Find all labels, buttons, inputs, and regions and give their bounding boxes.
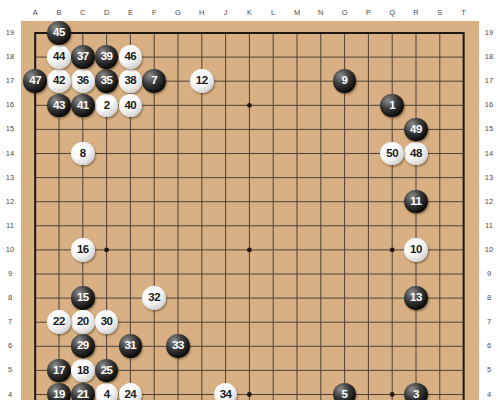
stone-21: 21 [71,383,95,400]
coord-number-right: 17 [481,76,497,86]
coord-number-right: 6 [481,341,497,351]
stone-39: 39 [95,45,119,69]
stone-number: 19 [53,389,65,400]
stone-number: 38 [124,75,136,87]
coord-number-left: 15 [2,124,18,134]
stone-48: 48 [404,142,428,166]
stone-9: 9 [333,69,357,93]
stone-32: 32 [142,286,166,310]
coord-number-left: 7 [2,317,18,327]
stone-number: 25 [101,365,113,377]
stone-18: 18 [71,359,95,383]
stone-1: 1 [380,94,404,118]
stone-46: 46 [119,45,143,69]
stone-34: 34 [214,383,238,400]
stone-number: 10 [410,244,422,256]
stone-42: 42 [47,69,71,93]
stone-31: 31 [119,334,143,358]
coord-letter-top: Q [385,8,399,18]
coord-letter-top: R [409,8,423,18]
coord-letter-top: J [219,8,233,18]
stone-36: 36 [71,69,95,93]
stone-20: 20 [71,310,95,334]
coord-letter-top: F [147,8,161,18]
coord-number-right: 18 [481,52,497,62]
coord-letter-top: O [338,8,352,18]
coord-letter-top: B [52,8,66,18]
coord-number-left: 17 [2,76,18,86]
coord-number-right: 9 [481,269,497,279]
stone-5: 5 [333,383,357,400]
stone-15: 15 [71,286,95,310]
stone-2: 2 [95,94,119,118]
stone-22: 22 [47,310,71,334]
stone-number: 32 [148,292,160,304]
stone-25: 25 [95,359,119,383]
coord-letter-top: L [266,8,280,18]
stone-number: 24 [124,389,136,400]
stone-number: 41 [77,100,89,112]
stone-13: 13 [404,286,428,310]
stone-number: 12 [196,75,208,87]
stone-19: 19 [47,383,71,400]
coord-number-right: 4 [481,390,497,400]
coord-number-right: 16 [481,100,497,110]
board-surface[interactable]: 1234578910111213151617181920212224252930… [23,21,475,400]
stone-38: 38 [119,69,143,93]
coord-number-left: 12 [2,197,18,207]
stone-number: 11 [410,196,421,208]
coord-number-right: 10 [481,245,497,255]
coord-number-left: 16 [2,100,18,110]
coord-letter-top: N [314,8,328,18]
stone-50: 50 [380,142,404,166]
stone-number: 30 [101,316,113,328]
stone-8: 8 [71,142,95,166]
coord-letter-top: S [433,8,447,18]
stone-number: 9 [342,75,348,87]
coord-number-left: 18 [2,52,18,62]
coord-letter-top: E [123,8,137,18]
stone-47: 47 [23,69,47,93]
stone-4: 4 [95,383,119,400]
stone-number: 7 [151,75,157,87]
stone-number: 5 [342,389,348,400]
coord-number-right: 8 [481,293,497,303]
stone-11: 11 [404,190,428,214]
stone-7: 7 [142,69,166,93]
coord-letter-top: P [361,8,375,18]
stone-number: 4 [104,389,110,400]
stone-41: 41 [71,94,95,118]
coord-letter-top: M [290,8,304,18]
coord-letter-top: G [171,8,185,18]
coord-number-right: 12 [481,197,497,207]
coord-number-right: 19 [481,28,497,38]
stone-number: 45 [53,27,65,39]
stone-24: 24 [119,383,143,400]
stone-10: 10 [404,238,428,262]
stone-16: 16 [71,238,95,262]
stone-number: 34 [220,389,232,400]
coord-letter-top: C [76,8,90,18]
coord-number-left: 6 [2,341,18,351]
coord-number-left: 13 [2,173,18,183]
coord-letter-top: D [100,8,114,18]
stone-number: 22 [53,316,65,328]
coord-number-left: 5 [2,365,18,375]
stone-number: 33 [172,340,184,352]
stone-12: 12 [190,69,214,93]
coord-number-right: 7 [481,317,497,327]
coord-letter-top: T [457,8,471,18]
coord-number-right: 11 [481,221,497,231]
coord-number-right: 5 [481,365,497,375]
stone-number: 1 [389,100,395,112]
coord-number-left: 9 [2,269,18,279]
stone-29: 29 [71,334,95,358]
stone-45: 45 [47,21,71,45]
coord-number-left: 8 [2,293,18,303]
coord-number-left: 14 [2,149,18,159]
go-board-diagram: { "game": "go", "board": { "size": 19, "… [0,0,500,400]
stone-number: 47 [29,75,41,87]
stone-number: 36 [77,75,89,87]
stone-number: 18 [77,365,89,377]
stone-number: 31 [124,340,136,352]
stone-number: 37 [77,51,89,63]
coord-number-left: 4 [2,390,18,400]
stone-number: 13 [410,292,422,304]
stone-30: 30 [95,310,119,334]
stone-number: 8 [80,148,86,160]
coord-letter-top: A [28,8,42,18]
coord-number-left: 19 [2,28,18,38]
stone-number: 46 [124,51,136,63]
stone-number: 44 [53,51,65,63]
stone-number: 29 [77,340,89,352]
coord-number-right: 14 [481,149,497,159]
stone-number: 39 [101,51,113,63]
stone-37: 37 [71,45,95,69]
stone-number: 20 [77,316,89,328]
coord-number-right: 15 [481,124,497,134]
coord-letter-top: H [195,8,209,18]
stone-number: 43 [53,100,65,112]
stone-number: 21 [77,389,89,400]
stone-number: 3 [413,389,419,400]
stone-number: 16 [77,244,89,256]
stone-number: 42 [53,75,65,87]
coord-number-left: 11 [2,221,18,231]
coord-number-right: 13 [481,173,497,183]
stone-44: 44 [47,45,71,69]
stone-35: 35 [95,69,119,93]
coord-letter-top: K [242,8,256,18]
stone-number: 50 [386,148,398,160]
stone-number: 15 [77,292,89,304]
stone-3: 3 [404,383,428,400]
stone-number: 35 [101,75,113,87]
coord-number-left: 10 [2,245,18,255]
stone-33: 33 [166,334,190,358]
stone-49: 49 [404,118,428,142]
stone-17: 17 [47,359,71,383]
stone-43: 43 [47,94,71,118]
stone-number: 17 [53,365,65,377]
stone-number: 48 [410,148,422,160]
stone-40: 40 [119,94,143,118]
stone-number: 49 [410,124,422,136]
stone-number: 40 [124,100,136,112]
stone-number: 2 [104,100,110,112]
